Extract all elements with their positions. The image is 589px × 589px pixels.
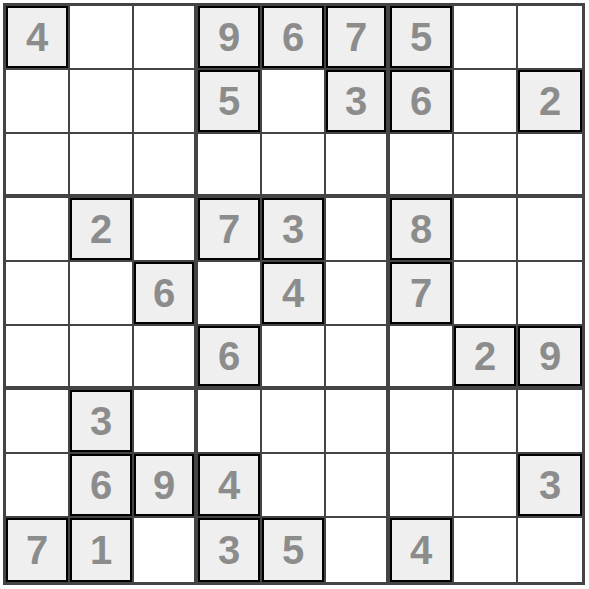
- cell-r3c3[interactable]: [134, 134, 198, 198]
- cell-r3c1[interactable]: [6, 134, 70, 198]
- cell-r5c9[interactable]: [518, 262, 582, 326]
- cell-r8c6[interactable]: [326, 454, 390, 518]
- cell-r3c5[interactable]: [262, 134, 326, 198]
- cell-r6c5[interactable]: [262, 326, 326, 390]
- cell-r4c4: 7: [198, 198, 262, 262]
- cell-r8c7[interactable]: [390, 454, 454, 518]
- cell-r5c8[interactable]: [454, 262, 518, 326]
- cell-r7c1[interactable]: [6, 390, 70, 454]
- cell-r8c9: 3: [518, 454, 582, 518]
- cell-r5c2[interactable]: [70, 262, 134, 326]
- cell-r5c3: 6: [134, 262, 198, 326]
- cell-r9c2: 1: [70, 518, 134, 582]
- cell-r8c2: 6: [70, 454, 134, 518]
- cell-r2c2[interactable]: [70, 70, 134, 134]
- cell-r1c2[interactable]: [70, 6, 134, 70]
- cell-r9c8[interactable]: [454, 518, 518, 582]
- cell-r8c3: 9: [134, 454, 198, 518]
- cell-r8c5[interactable]: [262, 454, 326, 518]
- cell-r7c5[interactable]: [262, 390, 326, 454]
- cell-r7c4[interactable]: [198, 390, 262, 454]
- cell-r7c2: 3: [70, 390, 134, 454]
- cell-r2c6: 3: [326, 70, 390, 134]
- cell-r1c1: 4: [6, 6, 70, 70]
- cell-r3c9[interactable]: [518, 134, 582, 198]
- cell-r5c7: 7: [390, 262, 454, 326]
- cell-r5c5: 4: [262, 262, 326, 326]
- cell-r9c7: 4: [390, 518, 454, 582]
- cell-r1c3[interactable]: [134, 6, 198, 70]
- cell-r6c2[interactable]: [70, 326, 134, 390]
- cell-r4c6[interactable]: [326, 198, 390, 262]
- cell-r8c1[interactable]: [6, 454, 70, 518]
- cell-r7c9[interactable]: [518, 390, 582, 454]
- cell-r5c6[interactable]: [326, 262, 390, 326]
- sudoku-board: 49675536227386476293694371354: [3, 3, 585, 585]
- sudoku-board-wrapper: 49675536227386476293694371354: [0, 0, 588, 588]
- cell-r3c6[interactable]: [326, 134, 390, 198]
- cell-r1c6: 7: [326, 6, 390, 70]
- cell-r2c3[interactable]: [134, 70, 198, 134]
- cell-r1c4: 9: [198, 6, 262, 70]
- cell-r9c4: 3: [198, 518, 262, 582]
- cell-r2c8[interactable]: [454, 70, 518, 134]
- cell-r7c3[interactable]: [134, 390, 198, 454]
- cell-r4c2: 2: [70, 198, 134, 262]
- cell-r2c1[interactable]: [6, 70, 70, 134]
- cell-r2c9: 2: [518, 70, 582, 134]
- cell-r8c4: 4: [198, 454, 262, 518]
- cell-r1c5: 6: [262, 6, 326, 70]
- cell-r7c8[interactable]: [454, 390, 518, 454]
- cell-r3c8[interactable]: [454, 134, 518, 198]
- cell-r8c8[interactable]: [454, 454, 518, 518]
- cell-r4c7: 8: [390, 198, 454, 262]
- cell-r7c6[interactable]: [326, 390, 390, 454]
- cell-r6c1[interactable]: [6, 326, 70, 390]
- cell-r4c5: 3: [262, 198, 326, 262]
- cell-r6c8: 2: [454, 326, 518, 390]
- cell-r1c9[interactable]: [518, 6, 582, 70]
- cell-r2c5[interactable]: [262, 70, 326, 134]
- cell-r9c1: 7: [6, 518, 70, 582]
- cell-r9c6[interactable]: [326, 518, 390, 582]
- cell-r5c4[interactable]: [198, 262, 262, 326]
- cell-r3c2[interactable]: [70, 134, 134, 198]
- cell-r4c3[interactable]: [134, 198, 198, 262]
- cell-r9c5: 5: [262, 518, 326, 582]
- cell-r2c4: 5: [198, 70, 262, 134]
- cell-r4c9[interactable]: [518, 198, 582, 262]
- cell-r3c4[interactable]: [198, 134, 262, 198]
- cell-r6c3[interactable]: [134, 326, 198, 390]
- cell-r1c7: 5: [390, 6, 454, 70]
- cell-r1c8[interactable]: [454, 6, 518, 70]
- cell-r6c6[interactable]: [326, 326, 390, 390]
- cell-r4c8[interactable]: [454, 198, 518, 262]
- cell-r4c1[interactable]: [6, 198, 70, 262]
- cell-r6c4: 6: [198, 326, 262, 390]
- cell-r6c9: 9: [518, 326, 582, 390]
- cell-r6c7[interactable]: [390, 326, 454, 390]
- cell-r3c7[interactable]: [390, 134, 454, 198]
- cell-r5c1[interactable]: [6, 262, 70, 326]
- cell-r9c3[interactable]: [134, 518, 198, 582]
- cell-r9c9[interactable]: [518, 518, 582, 582]
- cell-r7c7[interactable]: [390, 390, 454, 454]
- cell-r2c7: 6: [390, 70, 454, 134]
